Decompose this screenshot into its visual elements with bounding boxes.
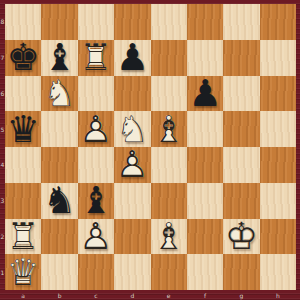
white-knight: ♞ — [41, 76, 77, 112]
rank-label-2: 2 — [0, 219, 5, 255]
file-label-g: g — [223, 290, 259, 300]
square-d4[interactable]: ♟♙ — [114, 147, 150, 183]
white-rook-outline: ♖ — [5, 219, 41, 255]
square-b5[interactable] — [41, 111, 77, 147]
white-knight-outline: ♘ — [114, 111, 150, 147]
square-g4[interactable] — [223, 147, 259, 183]
white-knight-outline: ♘ — [41, 76, 77, 112]
square-g1[interactable] — [223, 254, 259, 290]
white-rook-outline: ♖ — [78, 40, 114, 76]
square-c6[interactable] — [78, 76, 114, 112]
square-e3[interactable] — [151, 183, 187, 219]
square-a4[interactable] — [5, 147, 41, 183]
white-bishop: ♝ — [151, 111, 187, 147]
square-b7[interactable]: ♝ — [41, 40, 77, 76]
square-b8[interactable] — [41, 4, 77, 40]
square-f1[interactable] — [187, 254, 223, 290]
white-pawn: ♟ — [114, 147, 150, 183]
white-bishop-outline: ♗ — [151, 219, 187, 255]
square-a3[interactable] — [5, 183, 41, 219]
square-d1[interactable] — [114, 254, 150, 290]
rank-label-8: 8 — [0, 4, 5, 40]
square-d8[interactable] — [114, 4, 150, 40]
file-labels: abcdefgh — [5, 290, 296, 300]
square-a7[interactable]: ♚ — [5, 40, 41, 76]
square-d7[interactable]: ♟ — [114, 40, 150, 76]
square-d6[interactable] — [114, 76, 150, 112]
square-b3[interactable]: ♞ — [41, 183, 77, 219]
square-e6[interactable] — [151, 76, 187, 112]
square-g6[interactable] — [223, 76, 259, 112]
square-b1[interactable] — [41, 254, 77, 290]
square-c3[interactable]: ♝ — [78, 183, 114, 219]
square-f6[interactable]: ♟ — [187, 76, 223, 112]
rank-label-4: 4 — [0, 147, 5, 183]
white-pawn: ♟ — [78, 219, 114, 255]
square-a6[interactable] — [5, 76, 41, 112]
rank-label-1: 1 — [0, 254, 5, 290]
square-f3[interactable] — [187, 183, 223, 219]
square-f7[interactable] — [187, 40, 223, 76]
black-king: ♚ — [5, 40, 41, 76]
square-f5[interactable] — [187, 111, 223, 147]
file-label-f: f — [187, 290, 223, 300]
file-label-c: c — [78, 290, 114, 300]
chess-board-diagram: ♚♝♜♖♟♞♘♟♛♟♙♞♘♝♗♟♙♞♝♜♖♟♙♝♗♚♔♛♕ 87654321 a… — [0, 0, 300, 300]
square-d3[interactable] — [114, 183, 150, 219]
square-h8[interactable] — [260, 4, 296, 40]
white-pawn-outline: ♙ — [78, 111, 114, 147]
square-c5[interactable]: ♟♙ — [78, 111, 114, 147]
square-h7[interactable] — [260, 40, 296, 76]
white-bishop: ♝ — [151, 219, 187, 255]
black-pawn: ♟ — [114, 40, 150, 76]
square-f8[interactable] — [187, 4, 223, 40]
square-c7[interactable]: ♜♖ — [78, 40, 114, 76]
square-b6[interactable]: ♞♘ — [41, 76, 77, 112]
square-g2[interactable]: ♚♔ — [223, 219, 259, 255]
board-grid: ♚♝♜♖♟♞♘♟♛♟♙♞♘♝♗♟♙♞♝♜♖♟♙♝♗♚♔♛♕ — [5, 4, 296, 290]
square-b2[interactable] — [41, 219, 77, 255]
square-h1[interactable] — [260, 254, 296, 290]
file-label-d: d — [114, 290, 150, 300]
square-e5[interactable]: ♝♗ — [151, 111, 187, 147]
square-g8[interactable] — [223, 4, 259, 40]
square-a1[interactable]: ♛♕ — [5, 254, 41, 290]
square-e8[interactable] — [151, 4, 187, 40]
square-g5[interactable] — [223, 111, 259, 147]
square-g3[interactable] — [223, 183, 259, 219]
white-pawn-outline: ♙ — [114, 147, 150, 183]
rank-label-6: 6 — [0, 76, 5, 112]
file-label-h: h — [260, 290, 296, 300]
square-a8[interactable] — [5, 4, 41, 40]
white-knight: ♞ — [114, 111, 150, 147]
square-h2[interactable] — [260, 219, 296, 255]
square-c8[interactable] — [78, 4, 114, 40]
square-h6[interactable] — [260, 76, 296, 112]
square-a2[interactable]: ♜♖ — [5, 219, 41, 255]
square-a5[interactable]: ♛ — [5, 111, 41, 147]
square-c1[interactable] — [78, 254, 114, 290]
white-rook: ♜ — [78, 40, 114, 76]
square-h5[interactable] — [260, 111, 296, 147]
file-label-e: e — [151, 290, 187, 300]
rank-labels: 87654321 — [0, 4, 5, 290]
white-rook: ♜ — [5, 219, 41, 255]
white-queen-outline: ♕ — [5, 254, 41, 290]
square-h4[interactable] — [260, 147, 296, 183]
square-e2[interactable]: ♝♗ — [151, 219, 187, 255]
square-g7[interactable] — [223, 40, 259, 76]
square-h3[interactable] — [260, 183, 296, 219]
rank-label-5: 5 — [0, 111, 5, 147]
square-d5[interactable]: ♞♘ — [114, 111, 150, 147]
square-f2[interactable] — [187, 219, 223, 255]
square-c2[interactable]: ♟♙ — [78, 219, 114, 255]
white-pawn: ♟ — [78, 111, 114, 147]
white-king: ♚ — [223, 219, 259, 255]
square-c4[interactable] — [78, 147, 114, 183]
black-pawn: ♟ — [187, 76, 223, 112]
rank-label-7: 7 — [0, 40, 5, 76]
square-f4[interactable] — [187, 147, 223, 183]
white-queen: ♛ — [5, 254, 41, 290]
black-bishop: ♝ — [78, 183, 114, 219]
white-bishop-outline: ♗ — [151, 111, 187, 147]
square-e1[interactable] — [151, 254, 187, 290]
black-knight: ♞ — [41, 183, 77, 219]
white-pawn-outline: ♙ — [78, 219, 114, 255]
square-b4[interactable] — [41, 147, 77, 183]
black-queen: ♛ — [5, 111, 41, 147]
black-bishop: ♝ — [41, 40, 77, 76]
white-king-outline: ♔ — [223, 219, 259, 255]
file-label-a: a — [5, 290, 41, 300]
file-label-b: b — [41, 290, 77, 300]
square-d2[interactable] — [114, 219, 150, 255]
rank-label-3: 3 — [0, 183, 5, 219]
square-e4[interactable] — [151, 147, 187, 183]
square-e7[interactable] — [151, 40, 187, 76]
